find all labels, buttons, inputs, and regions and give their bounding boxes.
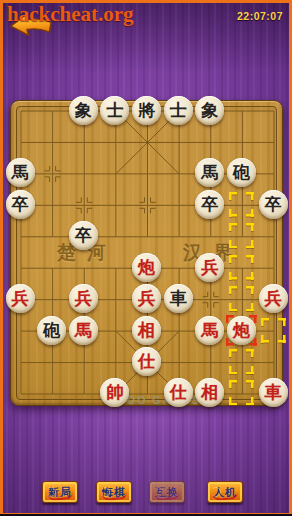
black-piece-砲[interactable]: 砲 <box>37 316 66 345</box>
legal-move-marker[interactable] <box>229 223 254 248</box>
black-piece-士[interactable]: 士 <box>164 96 193 125</box>
piece-glyph: 兵 <box>12 284 29 313</box>
piece-glyph: 兵 <box>75 284 92 313</box>
black-piece-象[interactable]: 象 <box>69 96 98 125</box>
board-intersections[interactable]: 象士將士象馬馬砲卒卒卒卒炮兵兵兵兵車兵砲馬相馬炮仕帥仕相車 <box>4 94 289 408</box>
selected-piece-marker[interactable] <box>226 315 257 346</box>
black-piece-卒[interactable]: 卒 <box>6 190 35 219</box>
piece-glyph: 砲 <box>43 316 60 345</box>
red-piece-仕[interactable]: 仕 <box>132 347 161 376</box>
piece-glyph: 卒 <box>265 190 282 219</box>
piece-glyph: 車 <box>170 284 187 313</box>
black-piece-砲[interactable]: 砲 <box>227 158 256 187</box>
piece-glyph: 仕 <box>170 378 187 407</box>
piece-glyph: 象 <box>75 96 92 125</box>
piece-glyph: 象 <box>201 96 218 125</box>
piece-glyph: 相 <box>201 378 218 407</box>
black-piece-馬[interactable]: 馬 <box>6 158 35 187</box>
piece-glyph: 兵 <box>138 284 155 313</box>
piece-glyph: 車 <box>265 378 282 407</box>
site-watermark: hackcheat.org <box>7 2 134 27</box>
piece-glyph: 炮 <box>138 253 155 282</box>
red-piece-兵[interactable]: 兵 <box>69 284 98 313</box>
piece-glyph: 將 <box>138 96 155 125</box>
vs-ai-button[interactable]: 人机 <box>207 481 243 503</box>
red-piece-兵[interactable]: 兵 <box>259 284 288 313</box>
legal-move-marker[interactable] <box>261 318 286 343</box>
undo-button[interactable]: 悔棋 <box>96 481 132 503</box>
legal-move-marker[interactable] <box>229 349 254 374</box>
legal-move-marker[interactable] <box>229 192 254 217</box>
piece-glyph: 馬 <box>12 158 29 187</box>
legal-move-marker[interactable] <box>229 255 254 280</box>
piece-glyph: 士 <box>106 96 123 125</box>
piece-glyph: 卒 <box>201 190 218 219</box>
piece-glyph: 砲 <box>233 158 250 187</box>
piece-glyph: 兵 <box>265 284 282 313</box>
piece-glyph: 士 <box>170 96 187 125</box>
red-piece-相[interactable]: 相 <box>195 378 224 407</box>
red-piece-炮[interactable]: 炮 <box>132 253 161 282</box>
black-piece-卒[interactable]: 卒 <box>195 190 224 219</box>
swap-sides-button[interactable]: 互换 <box>149 481 185 503</box>
legal-move-marker[interactable] <box>229 380 254 405</box>
piece-glyph: 馬 <box>75 316 92 345</box>
app-screen: hackcheat.org 22:07:07 楚河 汉界 YOO GAMES 象… <box>0 0 292 516</box>
piece-glyph: 帥 <box>106 378 123 407</box>
legal-move-marker[interactable] <box>229 286 254 311</box>
piece-glyph: 兵 <box>201 253 218 282</box>
piece-glyph: 仕 <box>138 347 155 376</box>
red-piece-車[interactable]: 車 <box>259 378 288 407</box>
piece-glyph: 相 <box>138 316 155 345</box>
red-piece-相[interactable]: 相 <box>132 316 161 345</box>
red-piece-帥[interactable]: 帥 <box>100 378 129 407</box>
new-game-button[interactable]: 新局 <box>42 481 78 503</box>
black-piece-將[interactable]: 將 <box>132 96 161 125</box>
red-piece-仕[interactable]: 仕 <box>164 378 193 407</box>
red-piece-馬[interactable]: 馬 <box>69 316 98 345</box>
game-clock: 22:07:07 <box>237 10 283 22</box>
piece-glyph: 卒 <box>75 221 92 250</box>
piece-glyph: 馬 <box>201 316 218 345</box>
black-piece-車[interactable]: 車 <box>164 284 193 313</box>
piece-glyph: 卒 <box>12 190 29 219</box>
black-piece-象[interactable]: 象 <box>195 96 224 125</box>
red-piece-馬[interactable]: 馬 <box>195 316 224 345</box>
red-piece-兵[interactable]: 兵 <box>132 284 161 313</box>
red-piece-兵[interactable]: 兵 <box>6 284 35 313</box>
black-piece-馬[interactable]: 馬 <box>195 158 224 187</box>
piece-glyph: 馬 <box>201 158 218 187</box>
red-piece-兵[interactable]: 兵 <box>195 253 224 282</box>
black-piece-士[interactable]: 士 <box>100 96 129 125</box>
black-piece-卒[interactable]: 卒 <box>259 190 288 219</box>
black-piece-卒[interactable]: 卒 <box>69 221 98 250</box>
